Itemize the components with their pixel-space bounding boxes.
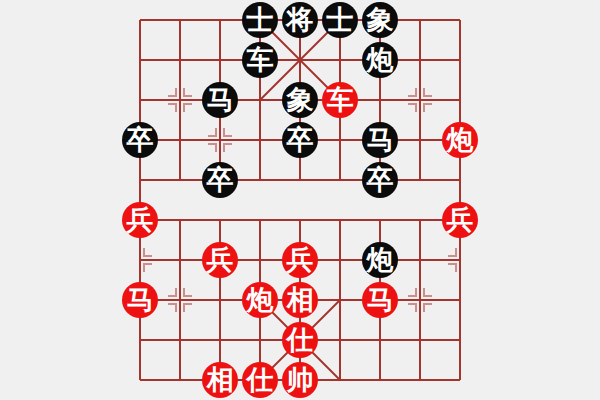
black-horse-piece[interactable]: 马 bbox=[362, 122, 398, 158]
red-advisor-piece[interactable]: 仕 bbox=[282, 322, 318, 358]
xiangqi-board: 士将士象车炮马象车卒卒马炮卒卒兵兵兵兵炮马炮相马仕相仕帅 bbox=[120, 0, 480, 400]
black-general-piece[interactable]: 将 bbox=[282, 2, 318, 38]
red-cannon-piece[interactable]: 炮 bbox=[242, 282, 278, 318]
black-chariot-piece[interactable]: 车 bbox=[242, 42, 278, 78]
red-soldier-piece[interactable]: 兵 bbox=[202, 242, 238, 278]
red-advisor-piece[interactable]: 仕 bbox=[242, 362, 278, 398]
red-elephant-piece[interactable]: 相 bbox=[282, 282, 318, 318]
black-cannon-piece[interactable]: 炮 bbox=[362, 42, 398, 78]
black-advisor-piece[interactable]: 士 bbox=[322, 2, 358, 38]
red-chariot-piece[interactable]: 车 bbox=[322, 82, 358, 118]
black-elephant-piece[interactable]: 象 bbox=[362, 2, 398, 38]
black-soldier-piece[interactable]: 卒 bbox=[202, 162, 238, 198]
black-soldier-piece[interactable]: 卒 bbox=[122, 122, 158, 158]
pieces-layer: 士将士象车炮马象车卒卒马炮卒卒兵兵兵兵炮马炮相马仕相仕帅 bbox=[120, 0, 480, 400]
red-soldier-piece[interactable]: 兵 bbox=[282, 242, 318, 278]
red-soldier-piece[interactable]: 兵 bbox=[442, 202, 478, 238]
black-horse-piece[interactable]: 马 bbox=[202, 82, 238, 118]
red-horse-piece[interactable]: 马 bbox=[122, 282, 158, 318]
red-soldier-piece[interactable]: 兵 bbox=[122, 202, 158, 238]
black-soldier-piece[interactable]: 卒 bbox=[282, 122, 318, 158]
red-cannon-piece[interactable]: 炮 bbox=[442, 122, 478, 158]
black-elephant-piece[interactable]: 象 bbox=[282, 82, 318, 118]
red-elephant-piece[interactable]: 相 bbox=[202, 362, 238, 398]
black-cannon-piece[interactable]: 炮 bbox=[362, 242, 398, 278]
red-horse-piece[interactable]: 马 bbox=[362, 282, 398, 318]
red-general-piece[interactable]: 帅 bbox=[282, 362, 318, 398]
black-advisor-piece[interactable]: 士 bbox=[242, 2, 278, 38]
black-soldier-piece[interactable]: 卒 bbox=[362, 162, 398, 198]
xiangqi-app-screen: 士将士象车炮马象车卒卒马炮卒卒兵兵兵兵炮马炮相马仕相仕帅 bbox=[0, 0, 600, 400]
